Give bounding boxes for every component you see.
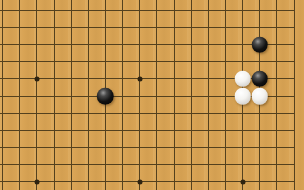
board-intersection[interactable] [114, 156, 131, 173]
board-intersection[interactable] [200, 36, 217, 53]
board-intersection[interactable] [165, 122, 182, 139]
board-intersection[interactable] [28, 87, 45, 104]
board-intersection[interactable] [80, 173, 97, 190]
board-intersection[interactable] [148, 2, 165, 19]
board-intersection[interactable] [97, 105, 114, 122]
board-intersection[interactable] [217, 19, 234, 36]
board-intersection[interactable] [131, 139, 148, 156]
board-intersection[interactable] [217, 87, 234, 104]
star-point [137, 179, 142, 184]
board-intersection[interactable] [217, 2, 234, 19]
board-intersection[interactable] [285, 87, 302, 104]
board-intersection[interactable] [285, 105, 302, 122]
board-intersection[interactable] [234, 36, 251, 53]
board-intersection[interactable] [0, 53, 11, 70]
board-intersection[interactable] [217, 139, 234, 156]
board-intersection[interactable] [183, 156, 200, 173]
board-intersection[interactable] [131, 105, 148, 122]
board-intersection[interactable] [234, 70, 251, 87]
board-intersection[interactable] [80, 122, 97, 139]
board-intersection[interactable] [11, 105, 28, 122]
board-intersection[interactable] [183, 139, 200, 156]
board-intersection[interactable] [251, 19, 268, 36]
board-intersection[interactable] [200, 139, 217, 156]
board-intersection[interactable] [251, 139, 268, 156]
board-intersection[interactable] [97, 19, 114, 36]
board-intersection[interactable] [131, 19, 148, 36]
board-intersection[interactable] [165, 156, 182, 173]
board-intersection[interactable] [97, 156, 114, 173]
board-intersection[interactable] [268, 173, 285, 190]
board-intersection[interactable] [80, 70, 97, 87]
board-intersection[interactable] [131, 53, 148, 70]
board-intersection[interactable] [80, 139, 97, 156]
board-intersection[interactable] [114, 70, 131, 87]
board-intersection[interactable] [200, 156, 217, 173]
board-intersection[interactable] [183, 2, 200, 19]
board-intersection[interactable] [45, 36, 62, 53]
board-intersection[interactable] [97, 53, 114, 70]
board-intersection[interactable] [28, 139, 45, 156]
board-intersection[interactable] [45, 2, 62, 19]
white-stone[interactable] [234, 71, 251, 88]
board-intersection[interactable] [165, 70, 182, 87]
board-intersection[interactable] [114, 105, 131, 122]
board-intersection[interactable] [148, 36, 165, 53]
board-intersection[interactable] [11, 70, 28, 87]
board-intersection[interactable] [183, 53, 200, 70]
board-intersection[interactable] [285, 70, 302, 87]
board-intersection[interactable] [268, 36, 285, 53]
board-intersection[interactable] [183, 70, 200, 87]
board-intersection[interactable] [183, 105, 200, 122]
board-intersection[interactable] [268, 87, 285, 104]
board-intersection[interactable] [234, 122, 251, 139]
board-intersection[interactable] [251, 173, 268, 190]
board-intersection[interactable] [97, 122, 114, 139]
board-intersection[interactable] [97, 36, 114, 53]
board-intersection[interactable] [97, 70, 114, 87]
board-intersection[interactable] [114, 173, 131, 190]
board-intersection[interactable] [11, 36, 28, 53]
board-intersection[interactable] [45, 156, 62, 173]
board-intersection[interactable] [63, 2, 80, 19]
board-intersection[interactable] [165, 87, 182, 104]
board-intersection[interactable] [268, 105, 285, 122]
board-intersection[interactable] [251, 87, 268, 104]
black-stone[interactable] [251, 36, 268, 53]
board-intersection[interactable] [0, 156, 11, 173]
board-intersection[interactable] [251, 36, 268, 53]
board-intersection[interactable] [45, 87, 62, 104]
board-intersection[interactable] [45, 53, 62, 70]
board-intersection[interactable] [148, 87, 165, 104]
board-intersection[interactable] [97, 2, 114, 19]
board-intersection[interactable] [0, 2, 11, 19]
board-intersection[interactable] [200, 19, 217, 36]
white-stone[interactable] [234, 88, 251, 105]
board-intersection[interactable] [28, 173, 45, 190]
star-point [34, 179, 39, 184]
board-intersection[interactable] [28, 70, 45, 87]
board-intersection[interactable] [0, 173, 11, 190]
board-intersection[interactable] [0, 19, 11, 36]
board-intersection[interactable] [217, 122, 234, 139]
board-intersection[interactable] [63, 87, 80, 104]
board-intersection[interactable] [217, 70, 234, 87]
board-intersection[interactable] [234, 87, 251, 104]
board-intersection[interactable] [217, 53, 234, 70]
board-intersection[interactable] [268, 122, 285, 139]
board-intersection[interactable] [11, 87, 28, 104]
board-intersection[interactable] [114, 2, 131, 19]
board-intersection[interactable] [11, 122, 28, 139]
star-point [34, 76, 39, 81]
black-stone[interactable] [97, 88, 114, 105]
board-intersection[interactable] [97, 173, 114, 190]
board-intersection[interactable] [80, 36, 97, 53]
board-intersection[interactable] [63, 139, 80, 156]
board-intersection[interactable] [234, 139, 251, 156]
board-intersection[interactable] [0, 70, 11, 87]
board-intersection[interactable] [200, 87, 217, 104]
board-intersection[interactable] [234, 105, 251, 122]
board-intersection[interactable] [63, 53, 80, 70]
board-intersection[interactable] [148, 105, 165, 122]
board-intersection[interactable] [165, 173, 182, 190]
board-intersection[interactable] [28, 19, 45, 36]
board-intersection[interactable] [285, 36, 302, 53]
board-intersection[interactable] [183, 36, 200, 53]
board-intersection[interactable] [131, 36, 148, 53]
board-intersection[interactable] [234, 2, 251, 19]
board-intersection[interactable] [251, 105, 268, 122]
white-stone[interactable] [251, 88, 268, 105]
board-intersection[interactable] [148, 122, 165, 139]
board-intersection[interactable] [234, 19, 251, 36]
board-intersection[interactable] [97, 87, 114, 104]
board-intersection[interactable] [45, 173, 62, 190]
board-intersection[interactable] [114, 139, 131, 156]
board-intersection[interactable] [0, 122, 11, 139]
go-board-crop [0, 0, 304, 190]
board-intersection[interactable] [268, 70, 285, 87]
board-intersection[interactable] [80, 156, 97, 173]
board-intersection[interactable] [80, 87, 97, 104]
board-intersection[interactable] [63, 19, 80, 36]
board-intersection[interactable] [28, 2, 45, 19]
board-intersection[interactable] [183, 87, 200, 104]
board-intersection[interactable] [285, 19, 302, 36]
board-intersection[interactable] [45, 139, 62, 156]
board-intersection[interactable] [200, 105, 217, 122]
board-intersection[interactable] [131, 156, 148, 173]
board-intersection[interactable] [251, 53, 268, 70]
board-intersection[interactable] [217, 36, 234, 53]
board-intersection[interactable] [131, 70, 148, 87]
board-intersection[interactable] [285, 139, 302, 156]
board-intersection[interactable] [148, 156, 165, 173]
board-intersection[interactable] [80, 19, 97, 36]
board-intersection[interactable] [285, 53, 302, 70]
board-intersection[interactable] [285, 122, 302, 139]
board-intersection[interactable] [80, 53, 97, 70]
board-intersection[interactable] [63, 105, 80, 122]
star-point [240, 179, 245, 184]
board-intersection[interactable] [268, 2, 285, 19]
board-intersection[interactable] [148, 139, 165, 156]
board-intersection[interactable] [148, 173, 165, 190]
board-intersection[interactable] [165, 139, 182, 156]
board-intersection[interactable] [200, 70, 217, 87]
board-intersection[interactable] [234, 53, 251, 70]
board-intersection[interactable] [217, 105, 234, 122]
board-intersection[interactable] [251, 156, 268, 173]
board-intersection[interactable] [80, 105, 97, 122]
board-intersection[interactable] [97, 139, 114, 156]
board-intersection[interactable] [165, 53, 182, 70]
board-intersection[interactable] [131, 122, 148, 139]
board-intersection[interactable] [45, 105, 62, 122]
board-intersection[interactable] [268, 156, 285, 173]
board-intersection[interactable] [45, 70, 62, 87]
board-intersection[interactable] [148, 19, 165, 36]
board-intersection[interactable] [165, 19, 182, 36]
board-intersection[interactable] [11, 156, 28, 173]
board-intersection[interactable] [28, 36, 45, 53]
board-intersection[interactable] [114, 53, 131, 70]
star-point [137, 76, 142, 81]
board-intersection[interactable] [200, 173, 217, 190]
board-intersection[interactable] [11, 173, 28, 190]
board-intersection[interactable] [28, 156, 45, 173]
board-intersection[interactable] [200, 53, 217, 70]
board-intersection[interactable] [217, 173, 234, 190]
board-intersection[interactable] [11, 2, 28, 19]
board-intersection[interactable] [268, 53, 285, 70]
board-intersection[interactable] [63, 173, 80, 190]
board-intersection[interactable] [45, 122, 62, 139]
board-intersection[interactable] [0, 87, 11, 104]
board-intersection[interactable] [285, 2, 302, 19]
go-board [0, 0, 303, 190]
board-intersection[interactable] [148, 70, 165, 87]
board-intersection[interactable] [148, 53, 165, 70]
board-intersection[interactable] [114, 87, 131, 104]
black-stone[interactable] [251, 71, 268, 88]
board-intersection[interactable] [131, 87, 148, 104]
board-intersection[interactable] [114, 122, 131, 139]
board-intersection[interactable] [45, 19, 62, 36]
board-intersection[interactable] [28, 122, 45, 139]
board-intersection[interactable] [11, 139, 28, 156]
board-intersection[interactable] [234, 173, 251, 190]
board-intersection[interactable] [183, 122, 200, 139]
board-intersection[interactable] [165, 105, 182, 122]
board-intersection[interactable] [285, 156, 302, 173]
board-intersection[interactable] [80, 2, 97, 19]
board-intersection[interactable] [183, 173, 200, 190]
board-intersection[interactable] [63, 122, 80, 139]
board-intersection[interactable] [268, 19, 285, 36]
board-intersection[interactable] [0, 36, 11, 53]
board-intersection[interactable] [183, 19, 200, 36]
board-intersection[interactable] [200, 2, 217, 19]
board-intersection[interactable] [114, 36, 131, 53]
board-intersection[interactable] [131, 173, 148, 190]
board-intersection[interactable] [251, 122, 268, 139]
board-intersection[interactable] [268, 139, 285, 156]
board-intersection[interactable] [251, 2, 268, 19]
board-intersection[interactable] [285, 173, 302, 190]
board-intersection[interactable] [63, 156, 80, 173]
board-intersection[interactable] [28, 105, 45, 122]
board-intersection[interactable] [28, 53, 45, 70]
board-intersection[interactable] [0, 105, 11, 122]
board-intersection[interactable] [200, 122, 217, 139]
board-intersection[interactable] [63, 36, 80, 53]
board-intersection[interactable] [11, 53, 28, 70]
board-intersection[interactable] [251, 70, 268, 87]
board-intersection[interactable] [165, 2, 182, 19]
board-intersection[interactable] [131, 2, 148, 19]
board-intersection[interactable] [63, 70, 80, 87]
board-intersection[interactable] [114, 19, 131, 36]
board-intersection[interactable] [0, 139, 11, 156]
board-intersection[interactable] [165, 36, 182, 53]
board-intersection[interactable] [217, 156, 234, 173]
board-intersection[interactable] [234, 156, 251, 173]
board-intersection[interactable] [11, 19, 28, 36]
